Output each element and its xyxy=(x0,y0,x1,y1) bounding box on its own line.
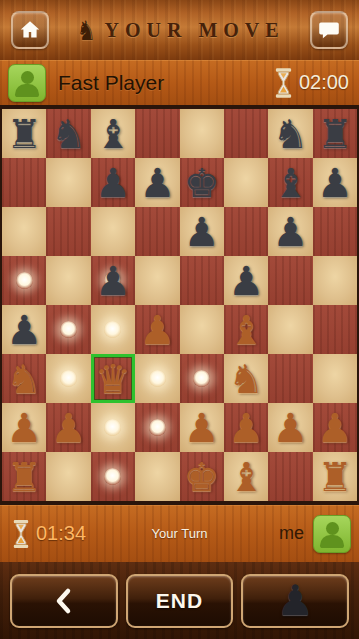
square-a2[interactable]: ♟ xyxy=(2,403,46,452)
square-b7[interactable] xyxy=(46,158,90,207)
white-pawn[interactable]: ♟ xyxy=(317,408,353,448)
black-bishop[interactable]: ♝ xyxy=(95,114,131,154)
avatar-person-icon xyxy=(326,522,339,535)
square-d1[interactable] xyxy=(135,452,179,501)
square-h1[interactable]: ♜ xyxy=(313,452,357,501)
avatar-person-icon xyxy=(21,71,34,84)
square-e8[interactable] xyxy=(180,109,224,158)
back-chevron-icon xyxy=(51,587,77,615)
piece-button[interactable]: ♟ xyxy=(241,574,349,628)
chat-bubble-icon xyxy=(317,18,341,42)
black-pawn[interactable]: ♟ xyxy=(184,212,220,252)
square-a7[interactable] xyxy=(2,158,46,207)
square-c6[interactable] xyxy=(91,207,135,256)
end-button-label: END xyxy=(156,589,203,613)
square-c5[interactable]: ♟ xyxy=(91,256,135,305)
square-g3[interactable] xyxy=(268,354,312,403)
black-king[interactable]: ♚ xyxy=(184,163,220,203)
my-name: me xyxy=(279,523,304,544)
square-a6[interactable] xyxy=(2,207,46,256)
my-clock: 01:34 xyxy=(36,522,86,545)
status-bar: 01:34 Your Turn me xyxy=(0,505,359,562)
square-d4[interactable]: ♟ xyxy=(135,305,179,354)
white-bishop[interactable]: ♝ xyxy=(228,310,264,350)
end-button[interactable]: END xyxy=(126,574,234,628)
square-g6[interactable]: ♟ xyxy=(268,207,312,256)
opponent-clock: 02:00 xyxy=(299,71,349,94)
square-h8[interactable]: ♜ xyxy=(313,109,357,158)
my-avatar xyxy=(313,515,351,553)
square-f2[interactable]: ♟ xyxy=(224,403,268,452)
square-f5[interactable]: ♟ xyxy=(224,256,268,305)
square-f4[interactable]: ♝ xyxy=(224,305,268,354)
square-h6[interactable] xyxy=(313,207,357,256)
black-pawn-icon: ♟ xyxy=(276,580,314,622)
square-d3[interactable] xyxy=(135,354,179,403)
square-d5[interactable] xyxy=(135,256,179,305)
legal-move-dot xyxy=(149,370,166,387)
app-title: YOUR MOVE xyxy=(105,19,285,42)
square-f8[interactable] xyxy=(224,109,268,158)
white-pawn[interactable]: ♟ xyxy=(228,408,264,448)
square-b1[interactable] xyxy=(46,452,90,501)
opponent-name: Fast Player xyxy=(58,71,164,95)
square-g4[interactable] xyxy=(268,305,312,354)
square-c4[interactable] xyxy=(91,305,135,354)
square-c7[interactable]: ♟ xyxy=(91,158,135,207)
white-rook[interactable]: ♜ xyxy=(6,457,42,497)
black-pawn[interactable]: ♟ xyxy=(95,163,131,203)
black-pawn[interactable]: ♟ xyxy=(6,310,42,350)
hourglass-icon xyxy=(274,68,293,98)
chess-board: ♜♞♝♞♜♟♟♚♝♟♟♟♟♟♟♟♝♞♛♞♟♟♟♟♟♟♜♚♝♜ xyxy=(0,105,359,505)
white-pawn[interactable]: ♟ xyxy=(184,408,220,448)
square-d2[interactable] xyxy=(135,403,179,452)
black-knight[interactable]: ♞ xyxy=(51,114,87,154)
square-c3[interactable]: ♛ xyxy=(91,354,135,403)
square-b3[interactable] xyxy=(46,354,90,403)
square-a5[interactable] xyxy=(2,256,46,305)
home-icon xyxy=(18,18,42,42)
square-f1[interactable]: ♝ xyxy=(224,452,268,501)
top-bar: ♞ YOUR MOVE xyxy=(0,0,359,60)
legal-move-dot xyxy=(16,272,33,289)
square-h2[interactable]: ♟ xyxy=(313,403,357,452)
square-c2[interactable] xyxy=(91,403,135,452)
white-rook[interactable]: ♜ xyxy=(317,457,353,497)
square-e5[interactable] xyxy=(180,256,224,305)
square-e2[interactable]: ♟ xyxy=(180,403,224,452)
square-h4[interactable] xyxy=(313,305,357,354)
square-a1[interactable]: ♜ xyxy=(2,452,46,501)
white-knight[interactable]: ♞ xyxy=(6,359,42,399)
square-c1[interactable] xyxy=(91,452,135,501)
home-button[interactable] xyxy=(11,11,49,49)
square-e4[interactable] xyxy=(180,305,224,354)
back-button[interactable] xyxy=(10,574,118,628)
square-h7[interactable]: ♟ xyxy=(313,158,357,207)
square-h3[interactable] xyxy=(313,354,357,403)
black-pawn[interactable]: ♟ xyxy=(228,261,264,301)
black-pawn[interactable]: ♟ xyxy=(95,261,131,301)
title-group: ♞ YOUR MOVE xyxy=(74,17,284,44)
square-a8[interactable]: ♜ xyxy=(2,109,46,158)
black-rook[interactable]: ♜ xyxy=(317,114,353,154)
square-h5[interactable] xyxy=(313,256,357,305)
black-pawn[interactable]: ♟ xyxy=(317,163,353,203)
legal-move-dot xyxy=(104,468,121,485)
black-pawn[interactable]: ♟ xyxy=(139,163,175,203)
white-pawn[interactable]: ♟ xyxy=(139,310,175,350)
square-f6[interactable] xyxy=(224,207,268,256)
white-knight[interactable]: ♞ xyxy=(228,359,264,399)
square-b6[interactable] xyxy=(46,207,90,256)
opponent-bar: Fast Player 02:00 xyxy=(0,60,359,105)
bottom-button-bar: END ♟ xyxy=(0,562,359,639)
square-g8[interactable]: ♞ xyxy=(268,109,312,158)
square-c8[interactable]: ♝ xyxy=(91,109,135,158)
black-bishop[interactable]: ♝ xyxy=(273,163,309,203)
square-b4[interactable] xyxy=(46,305,90,354)
square-g5[interactable] xyxy=(268,256,312,305)
black-rook[interactable]: ♜ xyxy=(6,114,42,154)
legal-move-dot xyxy=(149,419,166,436)
square-b5[interactable] xyxy=(46,256,90,305)
square-f7[interactable] xyxy=(224,158,268,207)
chess-app-screen: ♞ YOUR MOVE Fast Player xyxy=(0,0,359,639)
square-d6[interactable] xyxy=(135,207,179,256)
opponent-avatar xyxy=(8,64,46,102)
legal-move-dot xyxy=(104,321,121,338)
square-g2[interactable]: ♟ xyxy=(268,403,312,452)
square-e7[interactable]: ♚ xyxy=(180,158,224,207)
board-grid: ♜♞♝♞♜♟♟♚♝♟♟♟♟♟♟♟♝♞♛♞♟♟♟♟♟♟♜♚♝♜ xyxy=(2,109,357,501)
square-f3[interactable]: ♞ xyxy=(224,354,268,403)
white-pawn[interactable]: ♟ xyxy=(51,408,87,448)
square-d7[interactable]: ♟ xyxy=(135,158,179,207)
square-b8[interactable]: ♞ xyxy=(46,109,90,158)
square-e6[interactable]: ♟ xyxy=(180,207,224,256)
square-d8[interactable] xyxy=(135,109,179,158)
square-e1[interactable]: ♚ xyxy=(180,452,224,501)
square-g1[interactable] xyxy=(268,452,312,501)
legal-move-dot xyxy=(104,419,121,436)
square-b2[interactable]: ♟ xyxy=(46,403,90,452)
black-knight[interactable]: ♞ xyxy=(273,114,309,154)
square-a3[interactable]: ♞ xyxy=(2,354,46,403)
white-king[interactable]: ♚ xyxy=(184,457,220,497)
legal-move-dot xyxy=(60,370,77,387)
white-bishop[interactable]: ♝ xyxy=(228,457,264,497)
black-pawn[interactable]: ♟ xyxy=(273,212,309,252)
square-e3[interactable] xyxy=(180,354,224,403)
square-g7[interactable]: ♝ xyxy=(268,158,312,207)
white-queen[interactable]: ♛ xyxy=(95,359,131,399)
chat-button[interactable] xyxy=(310,11,348,49)
white-pawn[interactable]: ♟ xyxy=(273,408,309,448)
knight-statuette-icon: ♞ xyxy=(77,17,96,44)
hourglass-icon xyxy=(12,520,30,548)
legal-move-dot xyxy=(60,321,77,338)
legal-move-dot xyxy=(193,370,210,387)
white-pawn[interactable]: ♟ xyxy=(6,408,42,448)
square-a4[interactable]: ♟ xyxy=(2,305,46,354)
